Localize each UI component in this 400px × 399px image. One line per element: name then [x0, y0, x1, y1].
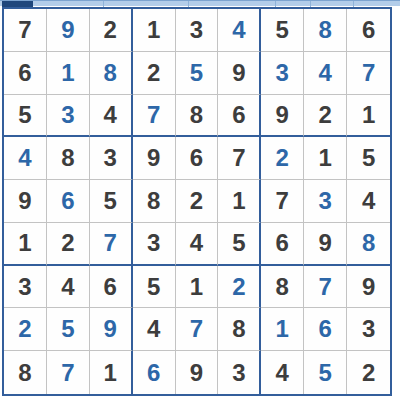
cell-digit: 2 [61, 231, 74, 255]
sudoku-cell-r3c8[interactable]: 2 [304, 95, 347, 138]
sudoku-cell-r2c5[interactable]: 5 [176, 52, 219, 95]
cell-digit: 5 [61, 317, 74, 341]
sudoku-cell-r1c2[interactable]: 9 [47, 9, 90, 52]
sudoku-cell-r1c3[interactable]: 2 [90, 9, 133, 52]
sudoku-cell-r2c2[interactable]: 1 [47, 52, 90, 95]
cell-digit: 5 [104, 189, 117, 213]
cell-digit: 8 [18, 361, 31, 385]
cell-digit: 4 [18, 146, 31, 170]
cell-digit: 9 [318, 231, 331, 255]
sudoku-cell-r9c1[interactable]: 8 [4, 351, 47, 394]
sudoku-cell-r4c4[interactable]: 9 [133, 137, 176, 180]
cell-digit: 1 [318, 146, 331, 170]
cell-digit: 9 [190, 361, 203, 385]
sudoku-cell-r3c5[interactable]: 8 [176, 95, 219, 138]
cell-digit: 3 [276, 61, 289, 85]
sudoku-cell-r1c6[interactable]: 4 [218, 9, 261, 52]
cell-digit: 5 [362, 146, 375, 170]
sudoku-cell-r7c2[interactable]: 4 [47, 266, 90, 309]
cell-digit: 6 [362, 18, 375, 42]
cell-digit: 3 [61, 103, 74, 127]
sudoku-board: 7921345866182593475347869214839672159658… [2, 7, 392, 396]
sudoku-cell-r1c7[interactable]: 5 [261, 9, 304, 52]
cell-digit: 9 [18, 189, 31, 213]
cell-digit: 4 [104, 103, 117, 127]
sudoku-cell-r5c7[interactable]: 7 [261, 180, 304, 223]
cell-digit: 5 [276, 18, 289, 42]
sudoku-cell-r3c9[interactable]: 1 [347, 95, 390, 138]
cell-digit: 1 [232, 189, 245, 213]
sudoku-cell-r7c7[interactable]: 8 [261, 266, 304, 309]
cell-digit: 6 [61, 189, 74, 213]
cell-digit: 5 [232, 231, 245, 255]
cell-digit: 1 [104, 361, 117, 385]
sudoku-cell-r6c3[interactable]: 7 [90, 223, 133, 266]
cell-digit: 9 [104, 317, 117, 341]
sudoku-cell-r4c7[interactable]: 2 [261, 137, 304, 180]
sudoku-cell-r4c8[interactable]: 1 [304, 137, 347, 180]
sudoku-cell-r5c6[interactable]: 1 [218, 180, 261, 223]
cell-digit: 1 [61, 61, 74, 85]
cell-digit: 7 [61, 361, 74, 385]
sudoku-cell-r8c2[interactable]: 5 [47, 308, 90, 351]
sudoku-cell-r9c3[interactable]: 1 [90, 351, 133, 394]
sudoku-cell-r2c8[interactable]: 4 [304, 52, 347, 95]
sudoku-cell-r7c5[interactable]: 1 [176, 266, 219, 309]
cell-digit: 3 [362, 317, 375, 341]
cell-digit: 3 [318, 189, 331, 213]
cell-digit: 4 [147, 317, 160, 341]
cell-digit: 7 [190, 317, 203, 341]
cell-digit: 5 [18, 103, 31, 127]
cell-digit: 3 [147, 231, 160, 255]
sudoku-cell-r5c3[interactable]: 5 [90, 180, 133, 223]
sudoku-cell-r9c8[interactable]: 5 [304, 351, 347, 394]
sudoku-cell-r5c8[interactable]: 3 [304, 180, 347, 223]
sudoku-cell-r9c7[interactable]: 4 [261, 351, 304, 394]
cell-digit: 2 [104, 18, 117, 42]
cell-digit: 2 [232, 275, 245, 299]
cell-digit: 5 [190, 61, 203, 85]
sudoku-cell-r9c2[interactable]: 7 [47, 351, 90, 394]
sudoku-cell-r2c4[interactable]: 2 [133, 52, 176, 95]
cell-digit: 6 [104, 275, 117, 299]
cell-digit: 3 [232, 361, 245, 385]
sudoku-cell-r7c3[interactable]: 6 [90, 266, 133, 309]
sudoku-cell-r1c9[interactable]: 6 [347, 9, 390, 52]
cell-digit: 6 [190, 146, 203, 170]
sudoku-cell-r7c8[interactable]: 7 [304, 266, 347, 309]
cell-digit: 3 [190, 18, 203, 42]
cell-digit: 4 [61, 275, 74, 299]
sudoku-cell-r3c3[interactable]: 4 [90, 95, 133, 138]
cell-digit: 3 [18, 275, 31, 299]
sudoku-cell-r4c5[interactable]: 6 [176, 137, 219, 180]
sudoku-cell-r8c9[interactable]: 3 [347, 308, 390, 351]
sudoku-cell-r7c4[interactable]: 5 [133, 266, 176, 309]
sudoku-cell-r4c2[interactable]: 8 [47, 137, 90, 180]
sudoku-cell-r2c3[interactable]: 8 [90, 52, 133, 95]
cell-digit: 1 [362, 103, 375, 127]
sudoku-cell-r7c9[interactable]: 9 [347, 266, 390, 309]
sudoku-cell-r9c6[interactable]: 3 [218, 351, 261, 394]
sudoku-cell-r9c4[interactable]: 6 [133, 351, 176, 394]
toolbar-strip [0, 0, 400, 6]
cell-digit: 6 [276, 231, 289, 255]
sudoku-cell-r4c9[interactable]: 5 [347, 137, 390, 180]
sudoku-cell-r6c1[interactable]: 1 [4, 223, 47, 266]
sudoku-cell-r6c2[interactable]: 2 [47, 223, 90, 266]
cell-digit: 7 [276, 189, 289, 213]
sudoku-cell-r8c4[interactable]: 4 [133, 308, 176, 351]
cell-digit: 8 [190, 103, 203, 127]
cell-digit: 5 [147, 275, 160, 299]
cell-digit: 8 [104, 61, 117, 85]
cell-digit: 7 [318, 275, 331, 299]
sudoku-cell-r8c3[interactable]: 9 [90, 308, 133, 351]
sudoku-cell-r9c5[interactable]: 9 [176, 351, 219, 394]
sudoku-cell-r2c9[interactable]: 7 [347, 52, 390, 95]
sudoku-cell-r3c6[interactable]: 6 [218, 95, 261, 138]
cell-digit: 5 [318, 361, 331, 385]
cell-digit: 4 [232, 18, 245, 42]
sudoku-cell-r3c2[interactable]: 3 [47, 95, 90, 138]
sudoku-cell-r8c7[interactable]: 1 [261, 308, 304, 351]
sudoku-cell-r5c1[interactable]: 9 [4, 180, 47, 223]
sudoku-cell-r6c4[interactable]: 3 [133, 223, 176, 266]
cell-digit: 8 [232, 317, 245, 341]
sudoku-cell-r9c9[interactable]: 2 [347, 351, 390, 394]
cell-digit: 8 [362, 231, 375, 255]
cell-digit: 7 [362, 61, 375, 85]
cell-digit: 8 [147, 189, 160, 213]
sudoku-cell-r6c9[interactable]: 8 [347, 223, 390, 266]
cell-digit: 9 [61, 18, 74, 42]
sudoku-cell-r2c1[interactable]: 6 [4, 52, 47, 95]
sudoku-cell-r8c6[interactable]: 8 [218, 308, 261, 351]
cell-digit: 2 [318, 103, 331, 127]
sudoku-cell-r3c4[interactable]: 7 [133, 95, 176, 138]
cell-digit: 8 [318, 18, 331, 42]
sudoku-cell-r7c6[interactable]: 2 [218, 266, 261, 309]
sudoku-cell-r6c6[interactable]: 5 [218, 223, 261, 266]
cell-digit: 2 [18, 317, 31, 341]
cell-digit: 1 [18, 231, 31, 255]
cell-digit: 7 [232, 146, 245, 170]
cell-digit: 3 [104, 146, 117, 170]
cell-digit: 9 [362, 275, 375, 299]
sudoku-cell-r1c8[interactable]: 8 [304, 9, 347, 52]
cell-digit: 6 [318, 317, 331, 341]
cell-digit: 7 [104, 231, 117, 255]
cell-digit: 2 [362, 361, 375, 385]
cell-digit: 4 [276, 361, 289, 385]
cell-digit: 9 [147, 146, 160, 170]
sudoku-cell-r2c6[interactable]: 9 [218, 52, 261, 95]
sudoku-cell-r1c1[interactable]: 7 [4, 9, 47, 52]
cell-digit: 4 [318, 61, 331, 85]
sudoku-cell-r1c4[interactable]: 1 [133, 9, 176, 52]
sudoku-cell-r7c1[interactable]: 3 [4, 266, 47, 309]
cell-digit: 8 [276, 275, 289, 299]
sudoku-cell-r1c5[interactable]: 3 [176, 9, 219, 52]
cell-digit: 8 [61, 146, 74, 170]
cell-digit: 1 [147, 18, 160, 42]
sudoku-cell-r5c9[interactable]: 4 [347, 180, 390, 223]
sudoku-cell-r8c5[interactable]: 7 [176, 308, 219, 351]
sudoku-cell-r4c3[interactable]: 3 [90, 137, 133, 180]
cell-digit: 7 [18, 18, 31, 42]
cell-digit: 9 [276, 103, 289, 127]
cell-digit: 2 [190, 189, 203, 213]
sudoku-cell-r5c2[interactable]: 6 [47, 180, 90, 223]
cell-digit: 4 [190, 231, 203, 255]
cell-digit: 1 [276, 317, 289, 341]
sudoku-cell-r2c7[interactable]: 3 [261, 52, 304, 95]
cell-digit: 6 [232, 103, 245, 127]
sudoku-cell-r3c7[interactable]: 9 [261, 95, 304, 138]
cell-digit: 6 [147, 361, 160, 385]
sudoku-cell-r6c8[interactable]: 9 [304, 223, 347, 266]
sudoku-cell-r6c5[interactable]: 4 [176, 223, 219, 266]
sudoku-cell-r5c4[interactable]: 8 [133, 180, 176, 223]
sudoku-cell-r4c1[interactable]: 4 [4, 137, 47, 180]
sudoku-cell-r8c1[interactable]: 2 [4, 308, 47, 351]
sudoku-cell-r5c5[interactable]: 2 [176, 180, 219, 223]
cell-digit: 6 [18, 61, 31, 85]
cell-digit: 4 [362, 189, 375, 213]
sudoku-app: 7921345866182593475347869214839672159658… [0, 0, 400, 399]
sudoku-cell-r8c8[interactable]: 6 [304, 308, 347, 351]
cell-digit: 1 [190, 275, 203, 299]
cell-digit: 2 [276, 146, 289, 170]
cell-digit: 2 [147, 61, 160, 85]
cell-digit: 9 [232, 61, 245, 85]
sudoku-cell-r6c7[interactable]: 6 [261, 223, 304, 266]
sudoku-cell-r3c1[interactable]: 5 [4, 95, 47, 138]
sudoku-cell-r4c6[interactable]: 7 [218, 137, 261, 180]
cell-digit: 7 [147, 103, 160, 127]
